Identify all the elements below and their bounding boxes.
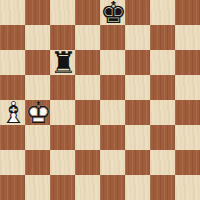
square-g8[interactable] <box>150 0 175 25</box>
square-f2[interactable] <box>125 150 150 175</box>
square-g1[interactable] <box>150 175 175 200</box>
square-b2[interactable] <box>25 150 50 175</box>
piece-outline-glyph: ♗ <box>0 98 27 128</box>
square-f5[interactable] <box>125 75 150 100</box>
square-c1[interactable] <box>50 175 75 200</box>
square-b6[interactable] <box>25 50 50 75</box>
square-e3[interactable] <box>100 125 125 150</box>
square-f6[interactable] <box>125 50 150 75</box>
square-e2[interactable] <box>100 150 125 175</box>
piece-outline-glyph: ♔ <box>25 98 52 128</box>
square-d3[interactable] <box>75 125 100 150</box>
piece-fill-glyph: ♜ <box>50 48 77 78</box>
piece-white-bishop[interactable]: ♝♗ <box>0 98 25 125</box>
square-c6[interactable]: ♜ <box>50 50 75 75</box>
square-a4[interactable]: ♝♗ <box>0 100 25 125</box>
square-g7[interactable] <box>150 25 175 50</box>
square-a8[interactable] <box>0 0 25 25</box>
square-e4[interactable] <box>100 100 125 125</box>
square-e1[interactable] <box>100 175 125 200</box>
square-c3[interactable] <box>50 125 75 150</box>
square-h8[interactable] <box>175 0 200 25</box>
chess-board: ♚♜♝♗♚♔ <box>0 0 200 200</box>
piece-fill-glyph: ♚ <box>100 0 127 28</box>
piece-black-king[interactable]: ♚ <box>100 0 125 25</box>
square-g3[interactable] <box>150 125 175 150</box>
square-a1[interactable] <box>0 175 25 200</box>
square-g2[interactable] <box>150 150 175 175</box>
square-h5[interactable] <box>175 75 200 100</box>
square-e6[interactable] <box>100 50 125 75</box>
square-a7[interactable] <box>0 25 25 50</box>
square-h3[interactable] <box>175 125 200 150</box>
square-d5[interactable] <box>75 75 100 100</box>
square-f7[interactable] <box>125 25 150 50</box>
square-g5[interactable] <box>150 75 175 100</box>
square-e5[interactable] <box>100 75 125 100</box>
square-f1[interactable] <box>125 175 150 200</box>
square-h1[interactable] <box>175 175 200 200</box>
square-h6[interactable] <box>175 50 200 75</box>
square-d1[interactable] <box>75 175 100 200</box>
square-d6[interactable] <box>75 50 100 75</box>
square-d7[interactable] <box>75 25 100 50</box>
square-h2[interactable] <box>175 150 200 175</box>
piece-black-rook[interactable]: ♜ <box>50 48 75 75</box>
square-g4[interactable] <box>150 100 175 125</box>
square-h4[interactable] <box>175 100 200 125</box>
piece-white-king[interactable]: ♚♔ <box>25 98 50 125</box>
square-h7[interactable] <box>175 25 200 50</box>
square-b1[interactable] <box>25 175 50 200</box>
square-c4[interactable] <box>50 100 75 125</box>
square-a6[interactable] <box>0 50 25 75</box>
square-f4[interactable] <box>125 100 150 125</box>
square-b7[interactable] <box>25 25 50 50</box>
square-c8[interactable] <box>50 0 75 25</box>
square-a2[interactable] <box>0 150 25 175</box>
square-b8[interactable] <box>25 0 50 25</box>
square-e8[interactable]: ♚ <box>100 0 125 25</box>
square-f8[interactable] <box>125 0 150 25</box>
square-b4[interactable]: ♚♔ <box>25 100 50 125</box>
square-g6[interactable] <box>150 50 175 75</box>
square-d2[interactable] <box>75 150 100 175</box>
square-c2[interactable] <box>50 150 75 175</box>
square-d4[interactable] <box>75 100 100 125</box>
square-f3[interactable] <box>125 125 150 150</box>
square-d8[interactable] <box>75 0 100 25</box>
